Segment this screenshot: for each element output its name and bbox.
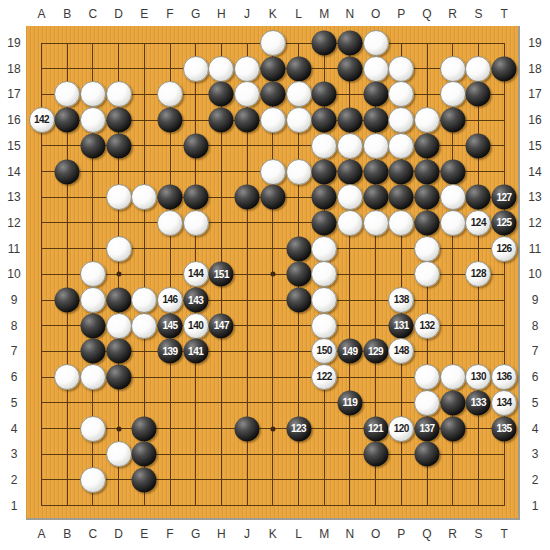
- column-label-top-H: H: [217, 8, 226, 20]
- row-label-right-3: 3: [532, 448, 539, 460]
- stone-N5: 119: [337, 390, 362, 415]
- column-label-top-C: C: [89, 8, 98, 20]
- stone-M6: 122: [311, 364, 337, 390]
- stone-O7: 129: [363, 339, 388, 364]
- column-label-top-J: J: [244, 8, 250, 20]
- column-label-bottom-B: B: [63, 528, 71, 540]
- column-label-top-Q: Q: [422, 8, 431, 20]
- stone-T13: 127: [492, 185, 517, 210]
- stone-S12: 124: [465, 210, 491, 236]
- stone-P7: 148: [388, 338, 414, 364]
- stone-T18: [492, 56, 517, 81]
- column-label-bottom-M: M: [319, 528, 329, 540]
- stone-J18: [234, 56, 260, 82]
- stone-P12: [388, 210, 414, 236]
- column-label-bottom-Q: Q: [422, 528, 431, 540]
- move-number: 151: [214, 269, 229, 279]
- row-label-right-5: 5: [532, 397, 539, 409]
- stone-R16: [440, 108, 465, 133]
- column-label-bottom-P: P: [397, 528, 405, 540]
- stone-J4: [235, 416, 260, 441]
- stone-M9: [311, 287, 337, 313]
- row-label-left-15: 15: [7, 140, 20, 152]
- row-label-left-18: 18: [7, 63, 20, 75]
- stone-E13: [131, 184, 157, 210]
- move-number: 129: [368, 346, 383, 356]
- stone-Q4: 137: [415, 416, 440, 441]
- stone-T4: 135: [492, 416, 517, 441]
- stone-O3: [363, 442, 388, 467]
- row-label-left-17: 17: [7, 88, 20, 100]
- column-label-bottom-N: N: [346, 528, 355, 540]
- column-label-bottom-K: K: [269, 528, 277, 540]
- stone-N15: [337, 133, 363, 159]
- stone-Q8: 132: [414, 313, 440, 339]
- stone-C6: [80, 364, 106, 390]
- stone-N18: [337, 56, 362, 81]
- stone-Q14: [415, 159, 440, 184]
- stone-C2: [80, 467, 106, 493]
- column-label-top-L: L: [295, 8, 302, 20]
- row-label-left-11: 11: [8, 243, 20, 255]
- move-number: 138: [394, 295, 409, 305]
- row-label-right-11: 11: [529, 243, 541, 255]
- move-number: 124: [471, 218, 486, 228]
- stone-E9: [131, 287, 157, 313]
- stone-N14: [337, 159, 362, 184]
- column-label-top-F: F: [166, 8, 173, 20]
- stone-M13: [312, 185, 337, 210]
- stone-P9: 138: [388, 287, 414, 313]
- star-point: [116, 272, 121, 277]
- move-number: 142: [34, 115, 49, 125]
- stone-C4: [80, 416, 106, 442]
- grid-line-horizontal: [41, 479, 505, 480]
- stone-T6: 136: [491, 364, 517, 390]
- column-label-bottom-J: J: [244, 528, 250, 540]
- stone-D7: [106, 339, 131, 364]
- stone-G12: [183, 210, 209, 236]
- stone-Q10: [414, 261, 440, 287]
- stone-T11: 126: [491, 236, 517, 262]
- move-number: 143: [188, 295, 203, 305]
- row-label-left-9: 9: [11, 294, 18, 306]
- move-number: 120: [394, 424, 409, 434]
- stone-D6: [106, 365, 131, 390]
- move-number: 128: [471, 269, 486, 279]
- row-label-left-19: 19: [7, 37, 20, 49]
- stone-L10: [286, 262, 311, 287]
- row-label-right-1: 1: [532, 500, 539, 512]
- stone-R18: [440, 56, 466, 82]
- star-point: [270, 426, 275, 431]
- stone-T12: 125: [492, 210, 517, 235]
- stone-M14: [312, 159, 337, 184]
- stone-C9: [80, 287, 106, 313]
- stone-L14: [286, 159, 312, 185]
- move-number: 140: [188, 321, 203, 331]
- move-number: 126: [497, 244, 512, 254]
- stone-F8: 145: [158, 313, 183, 338]
- stone-N19: [337, 31, 362, 56]
- stone-G18: [183, 56, 209, 82]
- stone-R14: [440, 159, 465, 184]
- column-label-top-O: O: [371, 8, 380, 20]
- column-label-top-S: S: [474, 8, 482, 20]
- stone-D8: [106, 313, 132, 339]
- stone-E8: [131, 313, 157, 339]
- row-label-left-5: 5: [11, 397, 18, 409]
- stone-K19: [260, 30, 286, 56]
- stone-L18: [286, 56, 311, 81]
- stone-D11: [106, 236, 132, 262]
- stone-P18: [388, 56, 414, 82]
- stone-Q3: [415, 442, 440, 467]
- stone-T5: 134: [491, 390, 517, 416]
- row-label-right-9: 9: [532, 294, 539, 306]
- move-number: 132: [419, 321, 434, 331]
- column-label-bottom-C: C: [89, 528, 98, 540]
- stone-O15: [363, 133, 389, 159]
- stone-S5: 133: [466, 390, 491, 415]
- move-number: 141: [188, 346, 203, 356]
- stone-H17: [209, 82, 234, 107]
- stone-R4: [440, 416, 465, 441]
- stone-G15: [183, 133, 208, 158]
- stone-S10: 128: [465, 261, 491, 287]
- row-label-right-14: 14: [528, 166, 541, 178]
- stone-K16: [260, 107, 286, 133]
- stone-H8: 147: [209, 313, 234, 338]
- stone-O17: [363, 82, 388, 107]
- stone-M8: [311, 313, 337, 339]
- row-label-right-18: 18: [528, 63, 541, 75]
- stone-J16: [235, 108, 260, 133]
- stone-P14: [389, 159, 414, 184]
- stone-P16: [388, 107, 414, 133]
- stone-M11: [311, 236, 337, 262]
- move-number: 134: [497, 398, 512, 408]
- stone-O4: 121: [363, 416, 388, 441]
- stone-F7: 139: [158, 339, 183, 364]
- stone-C15: [80, 133, 105, 158]
- column-label-top-K: K: [269, 8, 277, 20]
- stone-D3: [106, 441, 132, 467]
- row-label-left-7: 7: [11, 345, 18, 357]
- row-label-right-6: 6: [532, 371, 539, 383]
- stone-N13: [337, 184, 363, 210]
- row-label-right-4: 4: [532, 423, 539, 435]
- move-number: 133: [471, 398, 486, 408]
- stone-D17: [106, 81, 132, 107]
- stone-F13: [158, 185, 183, 210]
- move-number: 149: [342, 346, 357, 356]
- stone-K17: [260, 82, 285, 107]
- row-label-right-19: 19: [528, 37, 541, 49]
- stone-H10: 151: [209, 262, 234, 287]
- stone-K14: [260, 159, 286, 185]
- stone-F16: [158, 108, 183, 133]
- go-diagram: 1421271241251261441511281461431381451401…: [0, 0, 550, 550]
- stone-O12: [363, 210, 389, 236]
- row-label-right-13: 13: [528, 191, 541, 203]
- row-label-right-12: 12: [528, 217, 541, 229]
- row-label-left-4: 4: [11, 423, 18, 435]
- stone-Q12: [415, 210, 440, 235]
- stone-J17: [234, 81, 260, 107]
- stone-M7: 150: [311, 338, 337, 364]
- row-label-right-10: 10: [528, 268, 541, 280]
- stone-G9: 143: [183, 288, 208, 313]
- move-number: 121: [368, 424, 383, 434]
- stone-G13: [183, 185, 208, 210]
- column-label-top-P: P: [397, 8, 405, 20]
- stone-S13: [466, 185, 491, 210]
- stone-C8: [80, 313, 105, 338]
- stone-L9: [286, 288, 311, 313]
- column-label-top-E: E: [140, 8, 148, 20]
- stone-L4: 123: [286, 416, 311, 441]
- row-label-left-16: 16: [7, 114, 20, 126]
- move-number: 122: [317, 372, 332, 382]
- stone-M19: [312, 31, 337, 56]
- move-number: 131: [394, 321, 409, 331]
- column-label-bottom-S: S: [474, 528, 482, 540]
- stone-L16: [286, 107, 312, 133]
- move-number: 119: [343, 398, 358, 408]
- move-number: 125: [497, 218, 512, 228]
- stone-O13: [363, 185, 388, 210]
- move-number: 147: [214, 321, 229, 331]
- move-number: 148: [394, 346, 409, 356]
- row-label-left-12: 12: [7, 217, 20, 229]
- stone-B9: [55, 288, 80, 313]
- stone-N12: [337, 210, 363, 236]
- stone-M16: [312, 108, 337, 133]
- stone-Q5: [414, 390, 440, 416]
- stone-F17: [157, 81, 183, 107]
- stone-C17: [80, 81, 106, 107]
- move-number: 127: [497, 192, 512, 202]
- move-number: 144: [188, 269, 203, 279]
- stone-O19: [363, 30, 389, 56]
- stone-P4: 120: [388, 416, 414, 442]
- row-label-left-3: 3: [11, 448, 18, 460]
- stone-Q6: [414, 364, 440, 390]
- row-label-left-13: 13: [7, 191, 20, 203]
- stone-N16: [337, 108, 362, 133]
- stone-G8: 140: [183, 313, 209, 339]
- stone-Q13: [415, 185, 440, 210]
- star-point: [270, 272, 275, 277]
- stone-N7: 149: [337, 339, 362, 364]
- row-label-left-6: 6: [11, 371, 18, 383]
- stone-M17: [312, 82, 337, 107]
- stone-F9: 146: [157, 287, 183, 313]
- stone-Q15: [415, 133, 440, 158]
- row-label-left-14: 14: [7, 166, 20, 178]
- stone-E4: [132, 416, 157, 441]
- stone-Q16: [414, 107, 440, 133]
- column-label-bottom-A: A: [37, 528, 45, 540]
- stone-B16: [55, 108, 80, 133]
- stone-D9: [106, 288, 131, 313]
- column-label-bottom-R: R: [448, 528, 457, 540]
- stone-F12: [157, 210, 183, 236]
- column-label-top-T: T: [500, 8, 507, 20]
- stone-D13: [106, 184, 132, 210]
- move-number: 137: [419, 424, 434, 434]
- stone-R17: [440, 81, 466, 107]
- move-number: 136: [497, 372, 512, 382]
- stone-S18: [465, 56, 491, 82]
- stone-B6: [54, 364, 80, 390]
- stone-K18: [260, 56, 285, 81]
- column-label-top-R: R: [448, 8, 457, 20]
- move-number: 123: [291, 424, 306, 434]
- column-label-top-G: G: [191, 8, 200, 20]
- column-label-bottom-T: T: [500, 528, 507, 540]
- stone-A16: 142: [29, 107, 55, 133]
- stone-M10: [311, 261, 337, 287]
- column-label-bottom-H: H: [217, 528, 226, 540]
- stone-P8: 131: [389, 313, 414, 338]
- stone-D15: [106, 133, 131, 158]
- stone-P17: [388, 81, 414, 107]
- stone-E3: [132, 442, 157, 467]
- column-label-bottom-D: D: [114, 528, 123, 540]
- stone-G7: 141: [183, 339, 208, 364]
- stone-O18: [363, 56, 389, 82]
- stone-S17: [466, 82, 491, 107]
- column-label-bottom-O: O: [371, 528, 380, 540]
- stone-E2: [132, 467, 157, 492]
- stone-J13: [235, 185, 260, 210]
- column-label-top-B: B: [63, 8, 71, 20]
- stone-O16: [363, 108, 388, 133]
- column-label-bottom-L: L: [295, 528, 302, 540]
- stone-P13: [389, 185, 414, 210]
- move-number: 139: [162, 346, 177, 356]
- row-label-right-8: 8: [532, 320, 539, 332]
- go-board: 1421271241251261441511281461431381451401…: [26, 26, 520, 520]
- stone-D16: [106, 108, 131, 133]
- star-point: [116, 426, 121, 431]
- column-label-top-N: N: [346, 8, 355, 20]
- row-label-right-16: 16: [528, 114, 541, 126]
- move-number: 130: [471, 372, 486, 382]
- row-label-right-17: 17: [528, 88, 541, 100]
- row-label-left-8: 8: [11, 320, 18, 332]
- column-label-bottom-E: E: [140, 528, 148, 540]
- column-label-top-A: A: [37, 8, 45, 20]
- row-label-left-10: 10: [7, 268, 20, 280]
- move-number: 146: [162, 295, 177, 305]
- stone-B14: [55, 159, 80, 184]
- column-label-top-M: M: [319, 8, 329, 20]
- stone-R5: [440, 390, 465, 415]
- move-number: 135: [497, 424, 512, 434]
- stone-R13: [440, 184, 466, 210]
- stone-O14: [363, 159, 388, 184]
- stone-Q11: [414, 236, 440, 262]
- stone-P15: [388, 133, 414, 159]
- stone-H16: [209, 108, 234, 133]
- row-label-left-1: 1: [11, 500, 18, 512]
- grid-line-horizontal: [41, 505, 505, 506]
- stone-C10: [80, 261, 106, 287]
- stone-M12: [312, 210, 337, 235]
- stone-R12: [440, 210, 466, 236]
- stone-R6: [440, 364, 466, 390]
- stone-H18: [208, 56, 234, 82]
- stone-L17: [286, 81, 312, 107]
- row-label-right-15: 15: [528, 140, 541, 152]
- row-label-right-2: 2: [532, 474, 539, 486]
- stone-C16: [80, 107, 106, 133]
- column-label-top-D: D: [114, 8, 123, 20]
- stone-C7: [80, 339, 105, 364]
- column-label-bottom-F: F: [166, 528, 173, 540]
- move-number: 150: [317, 346, 332, 356]
- stone-S15: [466, 133, 491, 158]
- stone-L11: [286, 236, 311, 261]
- column-label-bottom-G: G: [191, 528, 200, 540]
- row-label-left-2: 2: [11, 474, 18, 486]
- stone-S6: 130: [465, 364, 491, 390]
- move-number: 145: [162, 321, 177, 331]
- row-label-right-7: 7: [532, 345, 539, 357]
- stone-B17: [54, 81, 80, 107]
- stone-M15: [311, 133, 337, 159]
- stone-K13: [260, 185, 285, 210]
- stone-G10: 144: [183, 261, 209, 287]
